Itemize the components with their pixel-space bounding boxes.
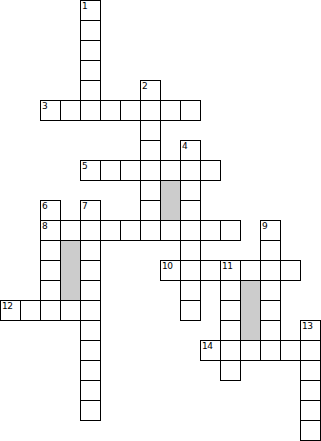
cell[interactable] xyxy=(120,160,141,181)
cell[interactable] xyxy=(100,220,121,241)
clue-number: 10 xyxy=(162,261,172,271)
cell[interactable] xyxy=(80,380,101,401)
cell[interactable] xyxy=(80,240,101,261)
cell[interactable]: 2 xyxy=(140,80,161,101)
cell[interactable] xyxy=(180,220,201,241)
cell[interactable] xyxy=(180,100,201,121)
cell[interactable]: 13 xyxy=(300,320,321,341)
cell[interactable] xyxy=(120,220,141,241)
cell[interactable] xyxy=(300,400,321,421)
cell[interactable] xyxy=(80,300,101,321)
cell[interactable] xyxy=(220,280,241,301)
cell[interactable] xyxy=(40,280,61,301)
cell[interactable] xyxy=(200,160,221,181)
clue-number: 12 xyxy=(2,301,12,311)
cell[interactable] xyxy=(40,240,61,261)
clue-number: 9 xyxy=(262,221,267,231)
highlighted-answer-cells[interactable] xyxy=(160,180,181,221)
clue-number: 13 xyxy=(302,321,312,331)
cell[interactable] xyxy=(160,160,181,181)
cell[interactable] xyxy=(300,360,321,381)
cell[interactable] xyxy=(80,80,101,101)
cell[interactable] xyxy=(140,100,161,121)
clue-number: 14 xyxy=(202,341,212,351)
cell[interactable] xyxy=(220,340,241,361)
cell[interactable] xyxy=(140,160,161,181)
cell[interactable] xyxy=(220,360,241,381)
cell[interactable]: 6 xyxy=(40,200,61,221)
cell[interactable] xyxy=(80,280,101,301)
cell[interactable]: 11 xyxy=(220,260,241,281)
cell[interactable] xyxy=(220,300,241,321)
cell[interactable]: 10 xyxy=(160,260,181,281)
cell[interactable] xyxy=(80,20,101,41)
cell[interactable] xyxy=(40,260,61,281)
cell[interactable] xyxy=(260,300,281,321)
clue-number: 6 xyxy=(42,201,47,211)
cell[interactable]: 1 xyxy=(80,0,101,21)
cell[interactable] xyxy=(300,340,321,361)
cell[interactable] xyxy=(180,240,201,261)
cell[interactable] xyxy=(80,40,101,61)
cell[interactable] xyxy=(60,300,81,321)
cell[interactable] xyxy=(80,260,101,281)
cell[interactable] xyxy=(160,220,181,241)
cell[interactable] xyxy=(200,260,221,281)
cell[interactable] xyxy=(180,160,201,181)
cell[interactable] xyxy=(80,60,101,81)
cell[interactable] xyxy=(300,380,321,401)
cell[interactable] xyxy=(300,420,321,441)
clue-number: 8 xyxy=(42,221,47,231)
cell[interactable] xyxy=(240,340,261,361)
clue-number: 3 xyxy=(42,101,47,111)
cell[interactable] xyxy=(260,280,281,301)
cell[interactable] xyxy=(180,300,201,321)
clue-number: 5 xyxy=(82,161,87,171)
cell[interactable]: 7 xyxy=(80,200,101,221)
clue-number: 1 xyxy=(82,1,87,11)
cell[interactable] xyxy=(280,260,301,281)
cell[interactable] xyxy=(140,140,161,161)
cell[interactable] xyxy=(80,360,101,381)
cell[interactable] xyxy=(200,220,221,241)
cell[interactable] xyxy=(80,320,101,341)
cell[interactable] xyxy=(140,180,161,201)
cell[interactable] xyxy=(240,260,261,281)
cell[interactable] xyxy=(80,100,101,121)
cell[interactable] xyxy=(60,100,81,121)
clue-number: 11 xyxy=(222,261,232,271)
cell[interactable] xyxy=(60,220,81,241)
cell[interactable] xyxy=(260,340,281,361)
cell[interactable] xyxy=(120,100,141,121)
clue-number: 4 xyxy=(182,141,187,151)
cell[interactable]: 14 xyxy=(200,340,221,361)
cell[interactable] xyxy=(160,100,181,121)
cell[interactable] xyxy=(260,320,281,341)
cell[interactable] xyxy=(80,220,101,241)
cell[interactable] xyxy=(180,280,201,301)
cell[interactable] xyxy=(220,220,241,241)
cell[interactable]: 3 xyxy=(40,100,61,121)
cell[interactable] xyxy=(260,260,281,281)
cell[interactable]: 9 xyxy=(260,220,281,241)
cell[interactable] xyxy=(220,320,241,341)
highlighted-answer-cells[interactable] xyxy=(240,280,261,341)
clue-number: 2 xyxy=(142,81,147,91)
cell[interactable] xyxy=(180,200,201,221)
cell[interactable]: 4 xyxy=(180,140,201,161)
clue-number: 7 xyxy=(82,201,87,211)
cell[interactable]: 12 xyxy=(0,300,21,321)
cell[interactable] xyxy=(40,300,61,321)
cell[interactable] xyxy=(140,220,161,241)
highlighted-answer-cells[interactable] xyxy=(60,240,81,301)
crossword-grid: 1234567891011121314 xyxy=(0,0,321,441)
cell[interactable]: 8 xyxy=(40,220,61,241)
cell[interactable] xyxy=(180,180,201,201)
cell[interactable] xyxy=(180,260,201,281)
cell[interactable] xyxy=(140,120,161,141)
cell[interactable] xyxy=(260,240,281,261)
cell[interactable] xyxy=(100,160,121,181)
cell[interactable] xyxy=(80,400,101,421)
cell[interactable] xyxy=(100,100,121,121)
cell[interactable] xyxy=(80,340,101,361)
cell[interactable] xyxy=(140,200,161,221)
cell[interactable] xyxy=(20,300,41,321)
cell[interactable]: 5 xyxy=(80,160,101,181)
cell[interactable] xyxy=(280,340,301,361)
